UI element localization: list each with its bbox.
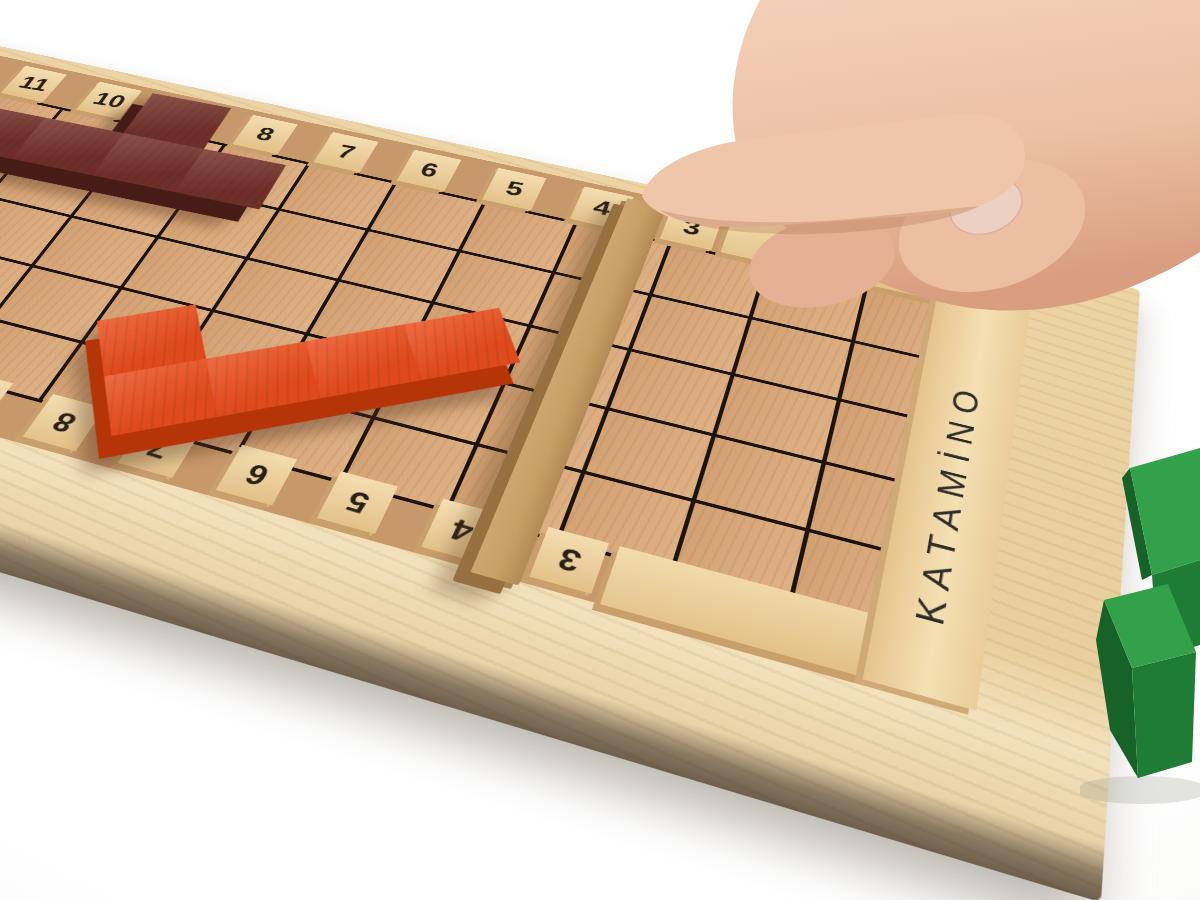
green-piece-shadow [1080,776,1200,804]
green-pentomino[interactable] [1080,440,1200,810]
rail-number: 6 [417,158,442,181]
rail-number: 5 [340,484,375,520]
hand [560,0,1200,360]
rail-number: 3 [553,541,586,579]
rail-number: 6 [239,457,275,492]
rail-number: 7 [333,141,359,164]
rail-number: 5 [502,177,526,201]
rail-number: 4 [445,512,479,549]
rail-number: 8 [45,406,83,439]
